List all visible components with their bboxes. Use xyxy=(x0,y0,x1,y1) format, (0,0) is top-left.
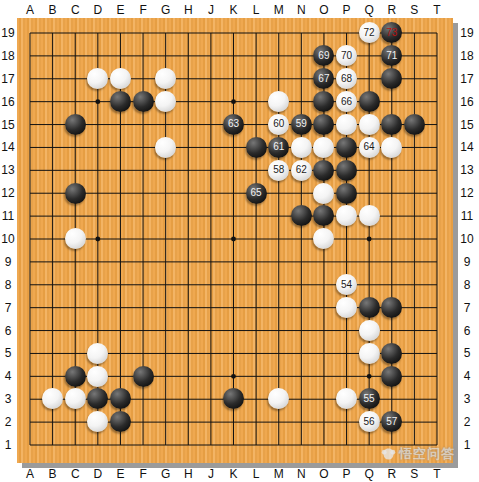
intersection-K3 xyxy=(222,388,245,411)
stone-black-R18: 71 xyxy=(381,45,402,66)
stone-white-N14 xyxy=(291,137,312,158)
intersection-P14 xyxy=(335,136,358,159)
row-label-left-13: 13 xyxy=(0,163,17,177)
row-label-right-19: 19 xyxy=(458,26,476,40)
stone-black-L14 xyxy=(246,137,267,158)
column-label-bottom-M: M xyxy=(270,467,288,481)
stone-black-O15 xyxy=(313,114,334,135)
stone-black-C15 xyxy=(65,114,86,135)
row-label-left-14: 14 xyxy=(0,140,17,154)
move-number-56: 56 xyxy=(364,417,375,427)
stone-black-F4 xyxy=(133,366,154,387)
stone-white-C3 xyxy=(65,388,86,409)
stone-black-O17: 67 xyxy=(313,68,334,89)
intersection-R7 xyxy=(380,296,403,319)
go-board: 7273697071676866636059616458626554555657 xyxy=(17,18,453,463)
column-label-top-Q: Q xyxy=(360,3,378,17)
intersection-Q6 xyxy=(358,319,381,342)
stone-black-P14 xyxy=(336,137,357,158)
column-label-bottom-P: P xyxy=(338,467,356,481)
intersection-S15 xyxy=(403,113,426,136)
row-label-right-1: 1 xyxy=(458,438,476,452)
column-label-top-K: K xyxy=(224,3,242,17)
intersection-G17 xyxy=(154,67,177,90)
stone-black-R19: 73 xyxy=(381,22,402,43)
stone-black-O18: 69 xyxy=(313,45,334,66)
move-number-64: 64 xyxy=(364,142,375,152)
stone-white-P18: 70 xyxy=(336,45,357,66)
move-number-65: 65 xyxy=(251,188,262,198)
stone-white-Q14: 64 xyxy=(359,137,380,158)
intersection-F4 xyxy=(132,365,155,388)
stone-black-O13 xyxy=(313,160,334,181)
row-label-left-7: 7 xyxy=(0,301,17,315)
column-label-top-S: S xyxy=(405,3,423,17)
intersection-E3 xyxy=(109,388,132,411)
intersection-E16 xyxy=(109,90,132,113)
move-number-71: 71 xyxy=(386,51,397,61)
column-label-bottom-S: S xyxy=(405,467,423,481)
column-label-top-T: T xyxy=(428,3,446,17)
row-label-left-8: 8 xyxy=(0,278,17,292)
stone-black-Q16 xyxy=(359,91,380,112)
move-number-70: 70 xyxy=(341,51,352,61)
intersection-R18: 71 xyxy=(380,44,403,67)
row-label-left-3: 3 xyxy=(0,392,17,406)
stone-black-R2: 57 xyxy=(381,411,402,432)
intersection-O17: 67 xyxy=(313,67,336,90)
column-label-bottom-F: F xyxy=(134,467,152,481)
intersection-R5 xyxy=(380,342,403,365)
stone-white-P8: 54 xyxy=(336,274,357,295)
stone-white-O12 xyxy=(313,183,334,204)
column-label-bottom-T: T xyxy=(428,467,446,481)
intersection-D17 xyxy=(87,67,110,90)
row-label-left-12: 12 xyxy=(0,186,17,200)
move-number-61: 61 xyxy=(273,142,284,152)
stone-black-C12 xyxy=(65,183,86,204)
column-label-top-N: N xyxy=(292,3,310,17)
column-label-top-R: R xyxy=(383,3,401,17)
row-label-left-4: 4 xyxy=(0,369,17,383)
row-label-right-6: 6 xyxy=(458,324,476,338)
stone-white-G17 xyxy=(155,68,176,89)
intersection-B3 xyxy=(41,388,64,411)
column-label-bottom-A: A xyxy=(21,467,39,481)
stone-white-Q6 xyxy=(359,320,380,341)
column-label-bottom-K: K xyxy=(224,467,242,481)
row-label-left-15: 15 xyxy=(0,118,17,132)
intersection-P12 xyxy=(335,182,358,205)
stone-black-K3 xyxy=(223,388,244,409)
column-label-bottom-B: B xyxy=(44,467,62,481)
go-diagram-page: ABCDEFGHJKLMNOPQRST ABCDEFGHJKLMNOPQRST … xyxy=(0,0,479,482)
column-label-top-J: J xyxy=(202,3,220,17)
intersection-P16: 66 xyxy=(335,90,358,113)
intersection-O13 xyxy=(313,159,336,182)
intersection-D4 xyxy=(87,365,110,388)
intersection-P8: 54 xyxy=(335,273,358,296)
column-label-top-M: M xyxy=(270,3,288,17)
stone-black-S15 xyxy=(404,114,425,135)
intersection-M14: 61 xyxy=(267,136,290,159)
stone-white-M13: 58 xyxy=(268,160,289,181)
intersection-P17: 68 xyxy=(335,67,358,90)
column-label-top-E: E xyxy=(111,3,129,17)
intersection-P11 xyxy=(335,205,358,228)
stone-white-M15: 60 xyxy=(268,114,289,135)
stone-white-P17: 68 xyxy=(336,68,357,89)
stone-white-D5 xyxy=(87,343,108,364)
column-label-top-L: L xyxy=(247,3,265,17)
row-label-left-11: 11 xyxy=(0,209,17,223)
intersection-Q11 xyxy=(358,205,381,228)
move-number-55: 55 xyxy=(364,394,375,404)
stone-white-O14 xyxy=(313,137,334,158)
intersection-M16 xyxy=(267,90,290,113)
column-label-bottom-R: R xyxy=(383,467,401,481)
intersection-O14 xyxy=(313,136,336,159)
stone-white-Q19: 72 xyxy=(359,22,380,43)
stone-black-L12: 65 xyxy=(246,183,267,204)
stone-black-E16 xyxy=(110,91,131,112)
column-label-bottom-G: G xyxy=(157,467,175,481)
row-label-right-13: 13 xyxy=(458,163,476,177)
stone-black-C4 xyxy=(65,366,86,387)
intersection-P18: 70 xyxy=(335,44,358,67)
intersection-C3 xyxy=(64,388,87,411)
stone-white-B3 xyxy=(42,388,63,409)
stone-black-N15: 59 xyxy=(291,114,312,135)
stone-black-K15: 63 xyxy=(223,114,244,135)
row-label-left-18: 18 xyxy=(0,49,17,63)
intersection-Q14: 64 xyxy=(358,136,381,159)
row-label-right-9: 9 xyxy=(458,255,476,269)
row-label-right-3: 3 xyxy=(458,392,476,406)
row-label-right-5: 5 xyxy=(458,346,476,360)
move-number-68: 68 xyxy=(341,74,352,84)
column-label-bottom-J: J xyxy=(202,467,220,481)
column-label-top-D: D xyxy=(89,3,107,17)
intersection-O15 xyxy=(313,113,336,136)
stone-black-O11 xyxy=(313,205,334,226)
column-label-bottom-N: N xyxy=(292,467,310,481)
stone-white-G16 xyxy=(155,91,176,112)
row-label-left-9: 9 xyxy=(0,255,17,269)
stone-white-C10 xyxy=(65,228,86,249)
intersection-K15: 63 xyxy=(222,113,245,136)
row-label-right-14: 14 xyxy=(458,140,476,154)
intersection-Q5 xyxy=(358,342,381,365)
stone-black-Q7 xyxy=(359,297,380,318)
stone-black-R4 xyxy=(381,366,402,387)
stone-white-E17 xyxy=(110,68,131,89)
intersection-Q15 xyxy=(358,113,381,136)
column-label-top-A: A xyxy=(21,3,39,17)
move-number-69: 69 xyxy=(318,51,329,61)
row-label-left-5: 5 xyxy=(0,346,17,360)
intersection-E17 xyxy=(109,67,132,90)
intersection-D5 xyxy=(87,342,110,365)
stone-black-P13 xyxy=(336,160,357,181)
row-label-right-18: 18 xyxy=(458,49,476,63)
row-label-left-19: 19 xyxy=(0,26,17,40)
intersection-P7 xyxy=(335,296,358,319)
column-label-top-C: C xyxy=(66,3,84,17)
intersection-L12: 65 xyxy=(245,182,268,205)
stone-black-N11 xyxy=(291,205,312,226)
intersection-P13 xyxy=(335,159,358,182)
intersection-M15: 60 xyxy=(267,113,290,136)
intersection-Q3: 55 xyxy=(358,388,381,411)
stone-white-D4 xyxy=(87,366,108,387)
intersection-O16 xyxy=(313,90,336,113)
move-number-67: 67 xyxy=(318,74,329,84)
stone-white-Q2: 56 xyxy=(359,411,380,432)
column-label-top-O: O xyxy=(315,3,333,17)
row-label-right-7: 7 xyxy=(458,301,476,315)
intersection-Q19: 72 xyxy=(358,22,381,45)
move-number-62: 62 xyxy=(296,165,307,175)
intersection-R2: 57 xyxy=(380,410,403,433)
stone-white-O10 xyxy=(313,228,334,249)
stone-black-Q3: 55 xyxy=(359,388,380,409)
intersection-R17 xyxy=(380,67,403,90)
row-label-right-15: 15 xyxy=(458,118,476,132)
move-number-73: 73 xyxy=(386,28,397,38)
intersection-G14 xyxy=(154,136,177,159)
stone-white-R14 xyxy=(381,137,402,158)
stone-white-P15 xyxy=(336,114,357,135)
intersection-C15 xyxy=(64,113,87,136)
column-label-top-H: H xyxy=(179,3,197,17)
row-label-right-8: 8 xyxy=(458,278,476,292)
stone-black-R7 xyxy=(381,297,402,318)
intersection-N11 xyxy=(290,205,313,228)
intersection-L14 xyxy=(245,136,268,159)
intersection-O10 xyxy=(313,227,336,250)
row-label-left-2: 2 xyxy=(0,415,17,429)
stone-black-D3 xyxy=(87,388,108,409)
intersection-N13: 62 xyxy=(290,159,313,182)
stone-black-O16 xyxy=(313,91,334,112)
column-label-bottom-H: H xyxy=(179,467,197,481)
stone-black-R17 xyxy=(381,68,402,89)
move-number-58: 58 xyxy=(273,165,284,175)
stone-white-M3 xyxy=(268,388,289,409)
column-label-bottom-D: D xyxy=(89,467,107,481)
stone-black-F16 xyxy=(133,91,154,112)
move-number-60: 60 xyxy=(273,119,284,129)
column-label-top-B: B xyxy=(44,3,62,17)
stone-white-D17 xyxy=(87,68,108,89)
intersection-C4 xyxy=(64,365,87,388)
intersection-C10 xyxy=(64,227,87,250)
column-label-top-P: P xyxy=(338,3,356,17)
row-label-right-4: 4 xyxy=(458,369,476,383)
intersection-O12 xyxy=(313,182,336,205)
intersection-R14 xyxy=(380,136,403,159)
stone-black-M14: 61 xyxy=(268,137,289,158)
stone-black-R5 xyxy=(381,343,402,364)
column-label-bottom-C: C xyxy=(66,467,84,481)
intersection-R19: 73 xyxy=(380,22,403,45)
intersection-F16 xyxy=(132,90,155,113)
column-label-bottom-E: E xyxy=(111,467,129,481)
intersection-N15: 59 xyxy=(290,113,313,136)
stone-black-E3 xyxy=(110,388,131,409)
column-label-bottom-Q: Q xyxy=(360,467,378,481)
row-label-left-1: 1 xyxy=(0,438,17,452)
intersection-C12 xyxy=(64,182,87,205)
intersection-M3 xyxy=(267,388,290,411)
stones-layer: 7273697071676866636059616458626554555657 xyxy=(19,22,449,457)
column-label-bottom-O: O xyxy=(315,467,333,481)
stone-white-P7 xyxy=(336,297,357,318)
column-label-bottom-L: L xyxy=(247,467,265,481)
intersection-P3 xyxy=(335,388,358,411)
move-number-54: 54 xyxy=(341,280,352,290)
row-label-right-2: 2 xyxy=(458,415,476,429)
row-label-right-11: 11 xyxy=(458,209,476,223)
row-label-left-16: 16 xyxy=(0,95,17,109)
watermark-text: 悟空问答 xyxy=(399,445,455,463)
column-label-top-G: G xyxy=(157,3,175,17)
stone-white-M16 xyxy=(268,91,289,112)
intersection-D2 xyxy=(87,410,110,433)
intersection-Q7 xyxy=(358,296,381,319)
intersection-R15 xyxy=(380,113,403,136)
intersection-E2 xyxy=(109,410,132,433)
row-label-right-10: 10 xyxy=(458,232,476,246)
stone-black-P12 xyxy=(336,183,357,204)
stone-white-N13: 62 xyxy=(291,160,312,181)
move-number-63: 63 xyxy=(228,119,239,129)
intersection-D3 xyxy=(87,388,110,411)
move-number-72: 72 xyxy=(364,28,375,38)
stone-white-G14 xyxy=(155,137,176,158)
watermark: 悟空问答 xyxy=(381,445,455,463)
move-number-57: 57 xyxy=(386,417,397,427)
stone-white-Q5 xyxy=(359,343,380,364)
stone-black-E2 xyxy=(110,411,131,432)
stone-white-D2 xyxy=(87,411,108,432)
intersection-G16 xyxy=(154,90,177,113)
intersection-R4 xyxy=(380,365,403,388)
intersection-O11 xyxy=(313,205,336,228)
move-number-59: 59 xyxy=(296,119,307,129)
row-label-left-17: 17 xyxy=(0,72,17,86)
intersection-P15 xyxy=(335,113,358,136)
stone-white-Q15 xyxy=(359,114,380,135)
row-label-left-10: 10 xyxy=(0,232,17,246)
move-number-66: 66 xyxy=(341,97,352,107)
intersection-O18: 69 xyxy=(313,44,336,67)
intersection-Q16 xyxy=(358,90,381,113)
stone-white-P16: 66 xyxy=(336,91,357,112)
column-label-top-F: F xyxy=(134,3,152,17)
intersection-Q2: 56 xyxy=(358,410,381,433)
stone-black-R15 xyxy=(381,114,402,135)
wukong-monkey-logo-icon xyxy=(381,447,396,461)
row-label-right-17: 17 xyxy=(458,72,476,86)
stone-white-P3 xyxy=(336,388,357,409)
row-label-right-16: 16 xyxy=(458,95,476,109)
intersection-N14 xyxy=(290,136,313,159)
row-label-left-6: 6 xyxy=(0,324,17,338)
row-label-right-12: 12 xyxy=(458,186,476,200)
intersection-M13: 58 xyxy=(267,159,290,182)
stone-white-Q11 xyxy=(359,205,380,226)
stone-white-P11 xyxy=(336,205,357,226)
